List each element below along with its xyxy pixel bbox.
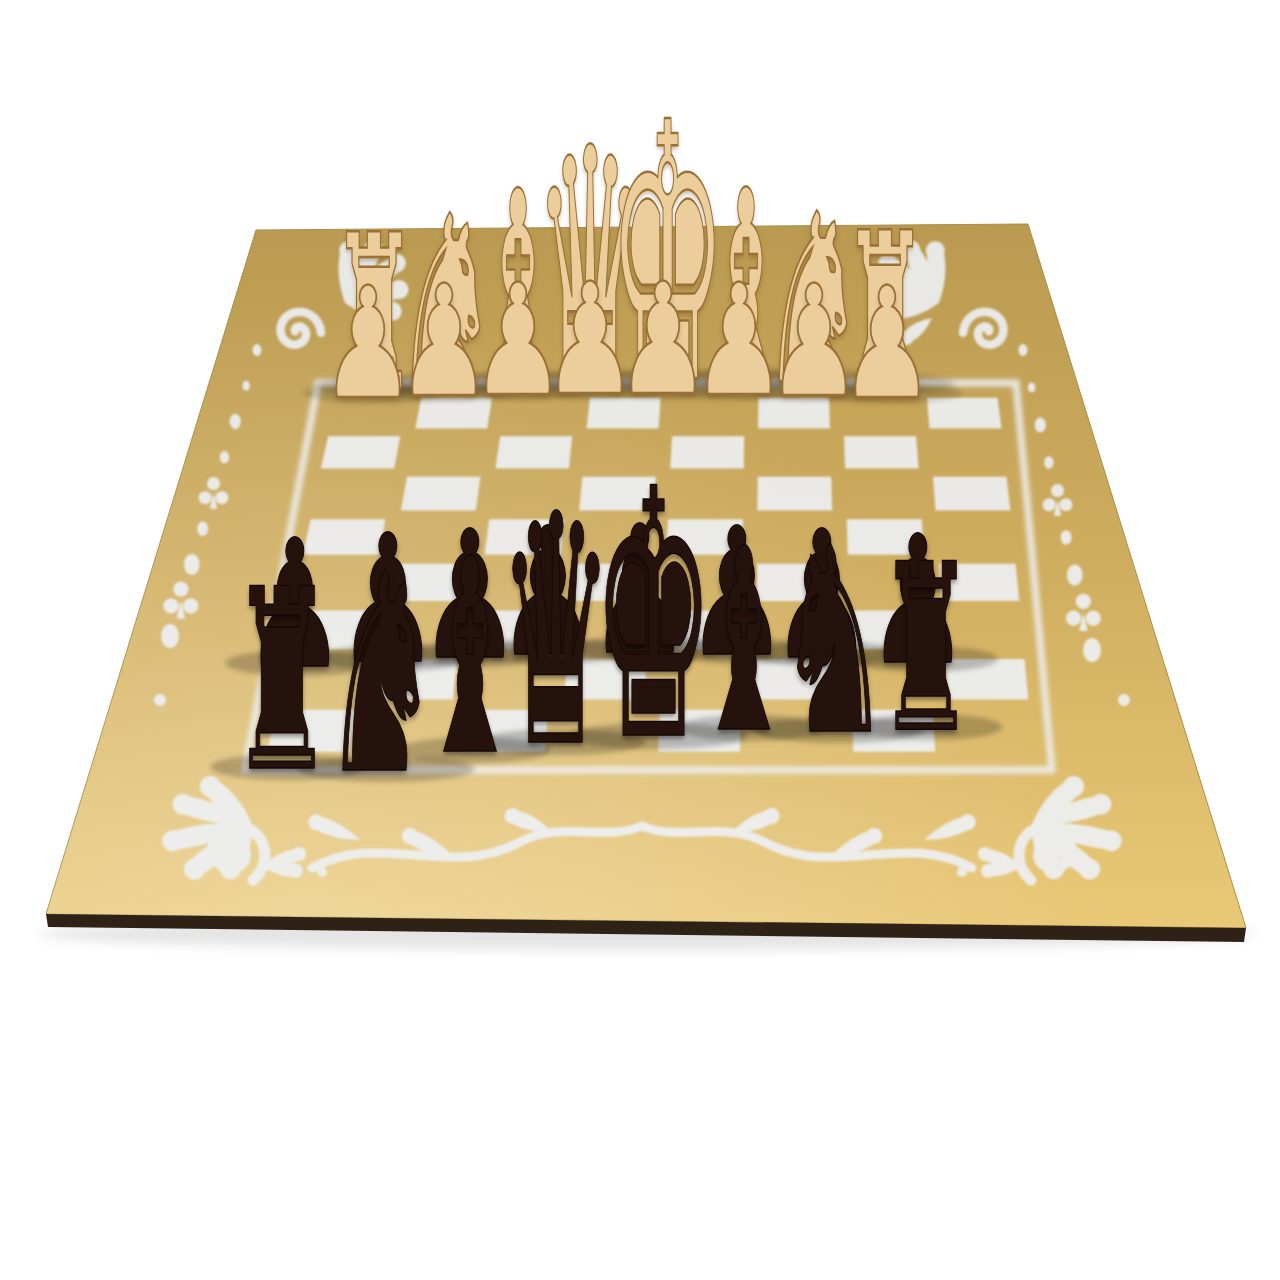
piece-dark-rook-7[interactable]: ♜ <box>856 564 996 734</box>
chess-photo-scene: ♜♞♝♛♚♝♞♜♟♟♟♟♟♟♟♟♟♟♟♟♟♟♟♟♜♞♝♛♚♝♞♜ <box>0 0 1280 1280</box>
pieces-layer: ♜♞♝♛♚♝♞♜♟♟♟♟♟♟♟♟♟♟♟♟♟♟♟♟♜♞♝♛♚♝♞♜ <box>0 0 1280 1280</box>
piece-light-pawn-p7[interactable]: ♟ <box>784 287 990 400</box>
